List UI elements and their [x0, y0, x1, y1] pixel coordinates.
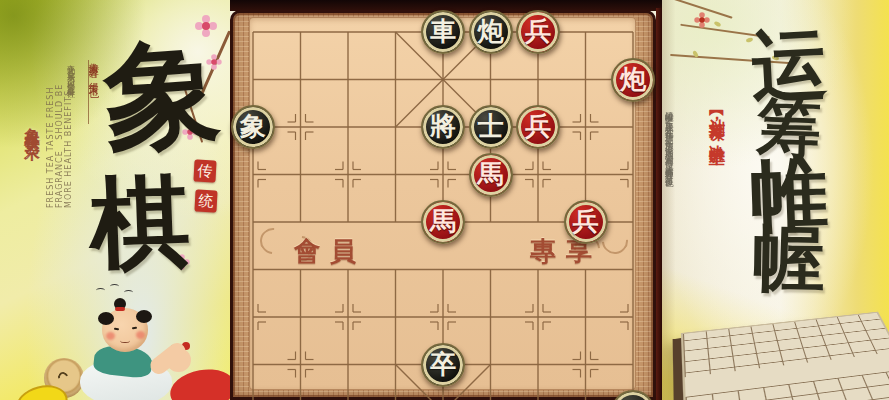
- seal-tong: 统: [194, 189, 217, 212]
- calligraphy-wo: 幄: [733, 224, 844, 292]
- calligraphy-qi: 棋: [88, 170, 191, 273]
- right-poster: 运筹帷幄之中 决胜千里之外 凡事预则立 不预则废 谋定而后动 知止而有得 夫未战…: [662, 0, 889, 400]
- piece-red-horse[interactable]: 馬: [469, 153, 513, 197]
- piece-character: 將: [430, 113, 456, 139]
- piece-black-cannon[interactable]: 炮: [469, 10, 513, 54]
- leaf-icon: [713, 21, 721, 28]
- screenshot-stage: 善博弈者，得天下也 弈之为艺 其乐无穷 以棋会友 修身养性 FRESH TEA …: [0, 0, 889, 400]
- piece-red-cannon[interactable]: 炮: [611, 58, 655, 102]
- piece-black-soldier[interactable]: 卒: [421, 343, 465, 387]
- child-one-hair: [136, 310, 152, 323]
- wooden-board-photo: [681, 312, 889, 400]
- piece-character: 車: [430, 18, 456, 44]
- piece-character: 炮: [478, 18, 504, 44]
- children-illustration: [30, 298, 230, 400]
- piece-character: 馬: [430, 208, 456, 234]
- piece-black-piece-cropped[interactable]: [611, 390, 655, 400]
- child-cheek: [106, 332, 115, 340]
- piece-character: 兵: [525, 113, 551, 139]
- piece-red-soldier[interactable]: 兵: [564, 200, 608, 244]
- piece-red-soldier[interactable]: 兵: [516, 10, 560, 54]
- red-blossom-icon: [699, 17, 705, 23]
- child-one-ribbon: [115, 307, 125, 311]
- calligraphy-yunchouweiwo: 运 筹 帷 幄: [734, 30, 844, 291]
- bird-icon: [124, 290, 133, 295]
- child-one-hair: [98, 312, 114, 325]
- child-cheek: [136, 331, 145, 339]
- piece-character: 士: [478, 113, 504, 139]
- right-red-caption: 【计划筹谋，决胜千里】: [706, 104, 727, 296]
- seal-chuan: 传: [193, 159, 216, 182]
- piece-red-soldier[interactable]: 兵: [516, 105, 560, 149]
- left-poster: 善博弈者，得天下也 弈之为艺 其乐无穷 以棋会友 修身养性 FRESH TEA …: [0, 0, 230, 400]
- piece-character: 卒: [430, 351, 456, 377]
- piece-layer: 車炮兵炮象將士兵馬馬兵卒: [229, 8, 657, 400]
- right-small-text: 运筹帷幄之中 决胜千里之外 凡事预则立 不预则废 谋定而后动 知止而有得 夫未战…: [664, 104, 675, 396]
- piece-black-chariot[interactable]: 車: [421, 10, 465, 54]
- piece-character: 兵: [525, 18, 551, 44]
- calligraphy-xiang: 象: [100, 32, 224, 156]
- bird-icon: [110, 284, 119, 289]
- left-side-column: 象棋艺术: [22, 116, 41, 226]
- bird-icon: [96, 288, 105, 293]
- branch-sketch: [665, 0, 732, 19]
- piece-black-general[interactable]: 將: [421, 105, 465, 149]
- child-smile: [120, 338, 130, 343]
- piece-character: 象: [240, 113, 266, 139]
- piece-character: 兵: [573, 208, 599, 234]
- piece-black-advisor[interactable]: 士: [469, 105, 513, 149]
- piece-black-elephant[interactable]: 象: [231, 105, 275, 149]
- piece-character: 炮: [620, 66, 646, 92]
- piece-red-horse[interactable]: 馬: [421, 200, 465, 244]
- left-english-text: FRESH TEA TASTE FRESH FRAGRANCE SHOULD B…: [46, 58, 73, 208]
- xiangqi-board: 會員 專享 車炮兵炮象將士兵馬馬兵卒: [230, 0, 662, 400]
- piece-character: 馬: [478, 161, 504, 187]
- motto-divider-line: [88, 60, 89, 124]
